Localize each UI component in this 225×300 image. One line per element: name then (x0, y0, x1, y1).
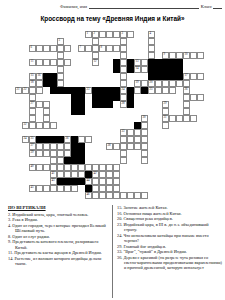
crossword-cell[interactable] (57, 185, 64, 192)
black-cell (162, 73, 169, 80)
crossword-cell[interactable]: 24 (120, 87, 127, 94)
crossword-cell[interactable] (141, 80, 148, 87)
crossword-cell[interactable] (78, 171, 85, 178)
crossword-cell[interactable] (50, 185, 57, 192)
crossword-cell[interactable] (57, 150, 64, 157)
crossword-cell[interactable] (36, 80, 43, 87)
empty-space (15, 94, 22, 101)
crossword-cell[interactable] (134, 143, 141, 150)
empty-space (155, 150, 162, 157)
crossword-cell[interactable] (43, 115, 50, 122)
empty-space (99, 80, 106, 87)
crossword-cell[interactable] (64, 171, 71, 178)
crossword-cell[interactable] (155, 87, 162, 94)
empty-space (99, 52, 106, 59)
crossword-cell[interactable] (141, 192, 148, 199)
crossword-cell[interactable] (120, 80, 127, 87)
crossword-cell[interactable]: 23 (85, 87, 92, 94)
class-underline[interactable] (213, 4, 222, 9)
crossword-cell[interactable]: 10 (183, 52, 190, 59)
crossword-cell[interactable]: 42 (92, 171, 99, 178)
crossword-cell[interactable] (50, 150, 57, 157)
crossword-cell[interactable] (43, 143, 50, 150)
empty-space (197, 38, 204, 45)
crossword-cell[interactable] (190, 52, 197, 59)
empty-space (99, 129, 106, 136)
crossword-cell[interactable]: 38 (106, 143, 113, 150)
empty-space (92, 136, 99, 143)
empty-space (148, 143, 155, 150)
empty-space (106, 150, 113, 157)
crossword-cell[interactable] (134, 87, 141, 94)
empty-space (71, 52, 78, 59)
crossword-cell[interactable] (176, 80, 183, 87)
crossword-cell[interactable] (36, 45, 43, 52)
crossword-cell[interactable] (127, 136, 134, 143)
crossword-cell[interactable] (43, 108, 50, 115)
crossword-cell[interactable] (113, 171, 120, 178)
crossword-cell[interactable] (57, 157, 64, 164)
clues-section: ПО ВЕРТИКАЛИ 2. Индийский князь, царь, з… (8, 205, 222, 298)
crossword-cell[interactable] (190, 94, 197, 101)
crossword-cell[interactable] (120, 143, 127, 150)
empty-space (99, 115, 106, 122)
crossword-cell[interactable] (85, 136, 92, 143)
black-cell (113, 66, 120, 73)
black-cell (155, 73, 162, 80)
black-cell (106, 94, 113, 101)
empty-space (155, 192, 162, 199)
crossword-cell[interactable] (106, 45, 113, 52)
crossword-cell[interactable] (169, 115, 176, 122)
crossword-cell[interactable] (57, 59, 64, 66)
crossword-cell[interactable] (162, 108, 169, 115)
crossword-cell[interactable] (120, 192, 127, 199)
crossword-cell[interactable]: 4 (148, 31, 155, 38)
crossword-cell[interactable] (50, 122, 57, 129)
crossword-cell[interactable] (141, 157, 148, 164)
clue-item: 33. "Враг", "чужой" в Древней Индии. (117, 249, 222, 254)
empty-space (50, 52, 57, 59)
crossword-cell[interactable] (29, 94, 36, 101)
crossword-cell[interactable] (57, 73, 64, 80)
empty-space (57, 108, 64, 115)
crossword-cell[interactable] (92, 45, 99, 52)
crossword-cell[interactable] (29, 87, 36, 94)
empty-space (29, 192, 36, 199)
crossword-cell[interactable] (141, 66, 148, 73)
crossword-cell[interactable] (50, 157, 57, 164)
crossword-cell[interactable] (134, 192, 141, 199)
crossword-cell[interactable]: 44 (85, 178, 92, 185)
crossword-cell[interactable] (78, 164, 85, 171)
black-cell (99, 101, 106, 108)
crossword-cell[interactable]: 17 (183, 73, 190, 80)
crossword-cell[interactable] (64, 150, 71, 157)
crossword-cell[interactable] (36, 122, 43, 129)
crossword-cell[interactable] (36, 101, 43, 108)
crossword-cell[interactable] (197, 52, 204, 59)
crossword-cell[interactable]: 9 (162, 52, 169, 59)
crossword-cell[interactable]: 13 (134, 59, 141, 66)
crossword-cell[interactable]: 25 (148, 87, 155, 94)
empty-space (15, 192, 22, 199)
empty-space (22, 150, 29, 157)
crossword-cell[interactable] (120, 136, 127, 143)
crossword-cell[interactable]: 31 (162, 115, 169, 122)
crossword-cell[interactable] (106, 192, 113, 199)
crossword-cell[interactable] (43, 185, 50, 192)
crossword-cell[interactable] (120, 59, 127, 66)
crossword-cell[interactable] (148, 38, 155, 45)
crossword-cell[interactable] (127, 143, 134, 150)
crossword-cell[interactable] (120, 94, 127, 101)
name-underline[interactable] (89, 4, 199, 9)
crossword-cell[interactable] (50, 143, 57, 150)
empty-space (57, 192, 64, 199)
crossword-cell[interactable] (92, 185, 99, 192)
clue-number: 35 (31, 137, 34, 140)
crossword-cell[interactable] (57, 52, 64, 59)
empty-space (8, 31, 15, 38)
crossword-cell[interactable] (64, 59, 71, 66)
empty-space (22, 143, 29, 150)
crossword-cell[interactable] (99, 31, 106, 38)
crossword-cell[interactable]: 32 (22, 122, 29, 129)
crossword-cell[interactable]: 35 (29, 136, 36, 143)
empty-space (15, 80, 22, 87)
empty-space (176, 143, 183, 150)
crossword-cell[interactable] (120, 45, 127, 52)
crossword-cell[interactable] (36, 143, 43, 150)
crossword-cell[interactable] (120, 73, 127, 80)
crossword-cell[interactable]: 14 (134, 66, 141, 73)
crossword-cell[interactable] (99, 178, 106, 185)
crossword-grid[interactable]: 1234567891011121314151617181920212223242… (8, 31, 204, 199)
crossword-cell[interactable] (36, 59, 43, 66)
crossword-cell[interactable]: 1 (85, 31, 92, 38)
empty-space (120, 185, 127, 192)
crossword-cell[interactable] (113, 164, 120, 171)
clue-number: 7 (80, 46, 82, 49)
crossword-cell[interactable] (43, 59, 50, 66)
crossword-cell[interactable] (43, 101, 50, 108)
crossword-cell[interactable] (183, 80, 190, 87)
crossword-cell[interactable]: 21 (15, 87, 22, 94)
crossword-cell[interactable]: 26 (183, 87, 190, 94)
empty-space (106, 66, 113, 73)
crossword-cell[interactable] (29, 108, 36, 115)
clue-number: 45 (31, 186, 34, 189)
black-cell (50, 80, 57, 87)
crossword-cell[interactable] (64, 45, 71, 52)
crossword-cell[interactable] (64, 185, 71, 192)
crossword-cell[interactable]: 7 (78, 45, 85, 52)
crossword-cell[interactable] (169, 52, 176, 59)
black-cell (50, 136, 57, 143)
crossword-cell[interactable] (148, 52, 155, 59)
crossword-cell[interactable] (92, 192, 99, 199)
crossword-cell[interactable] (197, 94, 204, 101)
crossword-cell[interactable] (57, 164, 64, 171)
crossword-cell[interactable] (162, 122, 169, 129)
crossword-cell[interactable] (183, 108, 190, 115)
crossword-cell[interactable] (183, 101, 190, 108)
crossword-cell[interactable] (64, 164, 71, 171)
crossword-cell[interactable] (155, 80, 162, 87)
crossword-cell[interactable]: 15 (29, 73, 36, 80)
empty-space (22, 164, 29, 171)
empty-space (15, 171, 22, 178)
crossword-cell[interactable] (71, 164, 78, 171)
crossword-cell[interactable] (134, 129, 141, 136)
crossword-cell[interactable]: 18 (29, 80, 36, 87)
crossword-cell[interactable] (92, 52, 99, 59)
crossword-cell[interactable] (113, 143, 120, 150)
crossword-cell[interactable]: 3 (120, 31, 127, 38)
crossword-cell[interactable] (64, 143, 71, 150)
empty-space (176, 31, 183, 38)
crossword-cell[interactable] (106, 185, 113, 192)
crossword-cell[interactable] (85, 164, 92, 171)
crossword-cell[interactable] (113, 192, 120, 199)
empty-space (155, 52, 162, 59)
empty-space (183, 38, 190, 45)
crossword-cell[interactable] (92, 178, 99, 185)
empty-space (22, 31, 29, 38)
crossword-cell[interactable] (57, 66, 64, 73)
empty-space (92, 129, 99, 136)
black-cell (127, 59, 134, 66)
empty-space (190, 101, 197, 108)
empty-space (71, 73, 78, 80)
crossword-cell[interactable] (113, 185, 120, 192)
crossword-cell[interactable]: 8 (99, 45, 106, 52)
black-cell (162, 59, 169, 66)
empty-space (155, 136, 162, 143)
crossword-cell[interactable] (190, 73, 197, 80)
crossword-cell[interactable] (190, 115, 197, 122)
empty-space (64, 192, 71, 199)
empty-space (113, 101, 120, 108)
crossword-cell[interactable] (36, 185, 43, 192)
crossword-cell[interactable] (99, 164, 106, 171)
crossword-cell[interactable] (169, 87, 176, 94)
empty-space (85, 59, 92, 66)
clue-item: 3. Река в Индии. (8, 217, 108, 222)
empty-space (92, 108, 99, 115)
crossword-cell[interactable] (50, 59, 57, 66)
crossword-cell[interactable]: 43 (50, 178, 57, 185)
empty-space (22, 108, 29, 115)
crossword-cell[interactable] (113, 45, 120, 52)
empty-space (22, 129, 29, 136)
crossword-cell[interactable] (134, 136, 141, 143)
empty-space (155, 94, 162, 101)
clue-number: 21 (17, 88, 20, 91)
crossword-cell[interactable] (106, 31, 113, 38)
crossword-cell[interactable]: 41 (50, 171, 57, 178)
crossword-cell[interactable] (71, 171, 78, 178)
crossword-cell[interactable]: 6 (29, 45, 36, 52)
empty-space (120, 171, 127, 178)
crossword-cell[interactable] (169, 80, 176, 87)
crossword-cell[interactable]: 45 (29, 185, 36, 192)
crossword-cell[interactable] (106, 178, 113, 185)
crossword-cell[interactable]: 11 (29, 59, 36, 66)
empty-space (8, 122, 15, 129)
crossword-cell[interactable]: 28 (120, 101, 127, 108)
empty-space (190, 143, 197, 150)
crossword-cell[interactable] (57, 171, 64, 178)
crossword-cell[interactable] (120, 150, 127, 157)
crossword-cell[interactable] (113, 178, 120, 185)
crossword-cell[interactable] (36, 87, 43, 94)
crossword-cell[interactable]: 20 (148, 80, 155, 87)
crossword-cell[interactable] (162, 80, 169, 87)
crossword-cell[interactable] (176, 52, 183, 59)
black-cell (78, 178, 85, 185)
crossword-cell[interactable] (43, 45, 50, 52)
crossword-cell[interactable] (78, 136, 85, 143)
crossword-cell[interactable] (148, 45, 155, 52)
crossword-cell[interactable] (106, 171, 113, 178)
crossword-cell[interactable] (113, 31, 120, 38)
crossword-cell[interactable]: 33 (120, 129, 127, 136)
crossword-cell[interactable]: 34 (22, 136, 29, 143)
crossword-cell[interactable] (197, 73, 204, 80)
crossword-cell[interactable] (36, 150, 43, 157)
crossword-cell[interactable] (141, 136, 148, 143)
crossword-cell[interactable] (29, 115, 36, 122)
crossword-cell[interactable] (92, 38, 99, 45)
crossword-cell[interactable] (120, 66, 127, 73)
empty-space (162, 129, 169, 136)
empty-space (134, 178, 141, 185)
empty-space (176, 94, 183, 101)
crossword-cell[interactable] (99, 171, 106, 178)
crossword-cell[interactable] (57, 45, 64, 52)
crossword-cell[interactable]: 22 (22, 87, 29, 94)
empty-space (162, 31, 169, 38)
clue-number: 14 (136, 67, 139, 70)
black-cell (71, 87, 78, 94)
empty-space (190, 185, 197, 192)
black-cell (99, 94, 106, 101)
clue-number: 41 (52, 172, 55, 175)
crossword-cell[interactable]: 29 (162, 101, 169, 108)
crossword-cell[interactable]: 39 (29, 150, 36, 157)
crossword-cell[interactable] (141, 143, 148, 150)
crossword-cell[interactable]: 5 (57, 38, 64, 45)
crossword-cell[interactable] (106, 164, 113, 171)
black-cell (169, 59, 176, 66)
black-cell (155, 66, 162, 73)
crossword-cell[interactable]: 37 (29, 143, 36, 150)
empty-space (78, 115, 85, 122)
empty-space (15, 143, 22, 150)
empty-space (71, 38, 78, 45)
empty-space (78, 59, 85, 66)
empty-space (43, 178, 50, 185)
crossword-cell[interactable] (183, 115, 190, 122)
clue-number: 2 (94, 32, 96, 35)
crossword-cell[interactable] (50, 164, 57, 171)
crossword-cell[interactable]: 46 (85, 192, 92, 199)
crossword-cell[interactable]: 19 (134, 80, 141, 87)
crossword-cell[interactable] (141, 129, 148, 136)
crossword-cell[interactable]: 36 (64, 136, 71, 143)
crossword-cell[interactable] (127, 192, 134, 199)
crossword-cell[interactable]: 30 (141, 115, 148, 122)
crossword-cell[interactable] (99, 192, 106, 199)
crossword-cell[interactable]: 16 (36, 73, 43, 80)
crossword-cell[interactable] (43, 164, 50, 171)
crossword-cell[interactable] (57, 80, 64, 87)
crossword-cell[interactable] (57, 143, 64, 150)
crossword-cell[interactable] (99, 185, 106, 192)
crossword-cell[interactable] (120, 157, 127, 164)
empty-space (106, 38, 113, 45)
empty-space (155, 45, 162, 52)
empty-space (85, 52, 92, 59)
crossword-cell[interactable] (92, 164, 99, 171)
crossword-cell[interactable] (141, 150, 148, 157)
clue-item: 4. Один из городов, через которые проход… (8, 223, 108, 233)
crossword-cell[interactable]: 40 (29, 164, 36, 171)
empty-space (155, 101, 162, 108)
empty-space (134, 73, 141, 80)
clue-number: 29 (164, 102, 167, 105)
crossword-cell[interactable] (50, 45, 57, 52)
empty-space (127, 38, 134, 45)
crossword-cell[interactable] (127, 31, 134, 38)
black-cell (57, 178, 64, 185)
crossword-cell[interactable] (127, 129, 134, 136)
empty-space (15, 52, 22, 59)
crossword-cell[interactable] (43, 122, 50, 129)
black-cell (43, 73, 50, 80)
crossword-cell[interactable] (71, 185, 78, 192)
crossword-cell[interactable]: 27 (29, 101, 36, 108)
empty-space (15, 38, 22, 45)
empty-space (85, 115, 92, 122)
empty-space (92, 122, 99, 129)
empty-space (8, 143, 15, 150)
crossword-cell[interactable] (162, 87, 169, 94)
crossword-cell[interactable] (120, 38, 127, 45)
empty-space (120, 164, 127, 171)
empty-space (141, 171, 148, 178)
crossword-cell[interactable] (85, 45, 92, 52)
crossword-cell[interactable] (183, 94, 190, 101)
black-cell (78, 101, 85, 108)
empty-space (197, 150, 204, 157)
crossword-cell[interactable]: 2 (92, 31, 99, 38)
crossword-cell[interactable] (120, 52, 127, 59)
crossword-cell[interactable] (141, 122, 148, 129)
empty-space (127, 164, 134, 171)
crossword-cell[interactable] (176, 115, 183, 122)
crossword-cell[interactable] (36, 164, 43, 171)
black-cell (78, 87, 85, 94)
empty-space (162, 136, 169, 143)
crossword-cell[interactable] (29, 122, 36, 129)
crossword-cell[interactable] (43, 150, 50, 157)
crossword-cell[interactable]: 12 (92, 59, 99, 66)
empty-space (64, 115, 71, 122)
crossword-cell[interactable] (141, 59, 148, 66)
